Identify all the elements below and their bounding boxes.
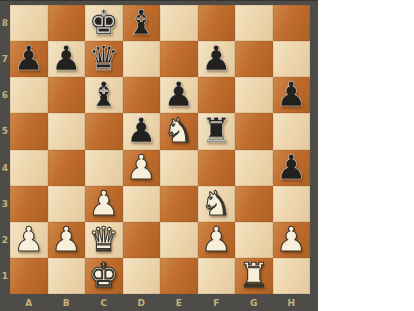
square-f6[interactable] (198, 77, 236, 113)
square-f2[interactable]: ♟ (198, 222, 236, 258)
file-label-e: E (160, 294, 198, 311)
square-a1[interactable] (10, 258, 48, 294)
square-f3[interactable]: ♞ (198, 186, 236, 222)
rank-labels: 87654321 (0, 5, 10, 294)
square-d5[interactable]: ♟ (123, 113, 161, 149)
square-c5[interactable] (85, 113, 123, 149)
square-d4[interactable]: ♟ (123, 150, 161, 186)
square-h7[interactable] (273, 41, 311, 77)
piece-white-pawn[interactable]: ♟ (51, 222, 81, 256)
square-f7[interactable]: ♟ (198, 41, 236, 77)
square-c2[interactable]: ♛ (85, 222, 123, 258)
square-a8[interactable] (10, 5, 48, 41)
rank-label-4: 4 (0, 150, 10, 186)
piece-white-pawn[interactable]: ♟ (89, 186, 119, 220)
square-g3[interactable] (235, 186, 273, 222)
square-b7[interactable]: ♟ (48, 41, 86, 77)
square-h3[interactable] (273, 186, 311, 222)
square-h1[interactable] (273, 258, 311, 294)
file-label-b: B (48, 294, 86, 311)
square-a3[interactable] (10, 186, 48, 222)
square-h5[interactable] (273, 113, 311, 149)
square-g1[interactable]: ♜ (235, 258, 273, 294)
square-g5[interactable] (235, 113, 273, 149)
square-f4[interactable] (198, 150, 236, 186)
piece-black-rook[interactable]: ♜ (201, 113, 231, 147)
piece-white-pawn[interactable]: ♟ (126, 150, 156, 184)
square-g2[interactable] (235, 222, 273, 258)
rank-label-7: 7 (0, 41, 10, 77)
square-h6[interactable]: ♟ (273, 77, 311, 113)
piece-white-pawn[interactable]: ♟ (201, 222, 231, 256)
rank-label-3: 3 (0, 186, 10, 222)
square-e6[interactable]: ♟ (160, 77, 198, 113)
square-b5[interactable] (48, 113, 86, 149)
square-d2[interactable] (123, 222, 161, 258)
square-b1[interactable] (48, 258, 86, 294)
square-a2[interactable]: ♟ (10, 222, 48, 258)
square-h8[interactable] (273, 5, 311, 41)
square-a7[interactable]: ♟ (10, 41, 48, 77)
square-g7[interactable] (235, 41, 273, 77)
piece-black-bishop[interactable]: ♝ (126, 5, 156, 39)
square-f5[interactable]: ♜ (198, 113, 236, 149)
piece-black-king[interactable]: ♚ (89, 5, 119, 39)
square-c7[interactable]: ♛ (85, 41, 123, 77)
square-b3[interactable] (48, 186, 86, 222)
square-e5[interactable]: ♞ (160, 113, 198, 149)
rank-label-8: 8 (0, 5, 10, 41)
piece-white-pawn[interactable]: ♟ (276, 222, 306, 256)
square-e1[interactable] (160, 258, 198, 294)
piece-white-pawn[interactable]: ♟ (14, 222, 44, 256)
file-label-g: G (235, 294, 273, 311)
square-e2[interactable] (160, 222, 198, 258)
piece-white-king[interactable]: ♚ (89, 258, 119, 292)
piece-black-pawn[interactable]: ♟ (14, 41, 44, 75)
piece-black-bishop[interactable]: ♝ (89, 77, 119, 111)
piece-black-pawn[interactable]: ♟ (276, 150, 306, 184)
piece-white-queen[interactable]: ♛ (89, 222, 119, 256)
square-e4[interactable] (160, 150, 198, 186)
square-d6[interactable] (123, 77, 161, 113)
square-h4[interactable]: ♟ (273, 150, 311, 186)
piece-black-pawn[interactable]: ♟ (51, 41, 81, 75)
square-g8[interactable] (235, 5, 273, 41)
square-a5[interactable] (10, 113, 48, 149)
square-d3[interactable] (123, 186, 161, 222)
square-a4[interactable] (10, 150, 48, 186)
board-frame: 87654321 ♚♝♟♟♛♟♝♟♟♟♞♜♟♟♟♞♟♟♛♟♟♚♜ ABCDEFG… (0, 0, 318, 311)
square-d7[interactable] (123, 41, 161, 77)
piece-black-pawn[interactable]: ♟ (164, 77, 194, 111)
piece-black-pawn[interactable]: ♟ (126, 113, 156, 147)
file-label-d: D (123, 294, 161, 311)
square-d8[interactable]: ♝ (123, 5, 161, 41)
square-b4[interactable] (48, 150, 86, 186)
rank-label-5: 5 (0, 113, 10, 149)
square-f1[interactable] (198, 258, 236, 294)
square-e7[interactable] (160, 41, 198, 77)
file-label-h: H (273, 294, 311, 311)
rank-label-1: 1 (0, 258, 10, 294)
file-labels: ABCDEFGH (10, 294, 310, 311)
piece-white-knight[interactable]: ♞ (201, 186, 231, 220)
file-label-c: C (85, 294, 123, 311)
square-g6[interactable] (235, 77, 273, 113)
file-label-f: F (198, 294, 236, 311)
rank-label-2: 2 (0, 222, 10, 258)
piece-black-queen[interactable]: ♛ (89, 41, 119, 75)
square-b8[interactable] (48, 5, 86, 41)
square-c4[interactable] (85, 150, 123, 186)
file-label-a: A (10, 294, 48, 311)
square-e3[interactable] (160, 186, 198, 222)
square-f8[interactable] (198, 5, 236, 41)
square-c8[interactable]: ♚ (85, 5, 123, 41)
piece-white-rook[interactable]: ♜ (239, 258, 269, 292)
chess-board: ♚♝♟♟♛♟♝♟♟♟♞♜♟♟♟♞♟♟♛♟♟♚♜ (10, 5, 310, 294)
rank-label-6: 6 (0, 77, 10, 113)
square-b2[interactable]: ♟ (48, 222, 86, 258)
square-c1[interactable]: ♚ (85, 258, 123, 294)
square-e8[interactable] (160, 5, 198, 41)
square-d1[interactable] (123, 258, 161, 294)
square-b6[interactable] (48, 77, 86, 113)
square-g4[interactable] (235, 150, 273, 186)
piece-black-pawn[interactable]: ♟ (201, 41, 231, 75)
square-a6[interactable] (10, 77, 48, 113)
square-c6[interactable]: ♝ (85, 77, 123, 113)
piece-white-knight[interactable]: ♞ (164, 113, 194, 147)
square-h2[interactable]: ♟ (273, 222, 311, 258)
piece-black-pawn[interactable]: ♟ (276, 77, 306, 111)
square-c3[interactable]: ♟ (85, 186, 123, 222)
